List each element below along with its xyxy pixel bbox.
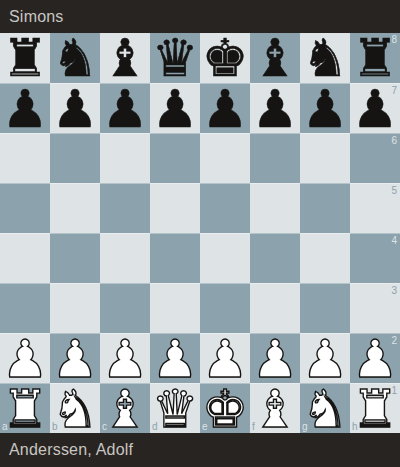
square-g2[interactable]: ♟ (300, 333, 350, 383)
square-g5[interactable] (300, 183, 350, 233)
coord-rank-3: 3 (391, 286, 397, 296)
piece-white-queen-d1[interactable]: ♛ (150, 384, 200, 433)
square-d4[interactable] (150, 233, 200, 283)
piece-white-knight-g1[interactable]: ♞ (300, 384, 350, 433)
piece-white-pawn-a2[interactable]: ♟ (0, 334, 50, 383)
square-h5[interactable]: 5 (350, 183, 400, 233)
square-h7[interactable]: ♟7 (350, 83, 400, 133)
square-h2[interactable]: ♟2 (350, 333, 400, 383)
square-d1[interactable]: ♛d (150, 383, 200, 433)
square-h8[interactable]: ♜8 (350, 33, 400, 83)
coord-rank-5: 5 (391, 186, 397, 196)
square-h3[interactable]: 3 (350, 283, 400, 333)
piece-white-pawn-h2[interactable]: ♟ (350, 334, 400, 383)
piece-white-rook-h1[interactable]: ♜ (350, 384, 400, 433)
square-g3[interactable] (300, 283, 350, 333)
top-player-name: Simons (9, 8, 64, 26)
square-a3[interactable] (0, 283, 50, 333)
piece-white-bishop-c1[interactable]: ♝ (100, 384, 150, 433)
square-e6[interactable] (200, 133, 250, 183)
square-b6[interactable] (50, 133, 100, 183)
square-a6[interactable] (0, 133, 50, 183)
square-d6[interactable] (150, 133, 200, 183)
square-f4[interactable] (250, 233, 300, 283)
square-a8[interactable]: ♜ (0, 33, 50, 83)
square-a5[interactable] (0, 183, 50, 233)
square-e5[interactable] (200, 183, 250, 233)
square-f8[interactable]: ♝ (250, 33, 300, 83)
square-e7[interactable]: ♟ (200, 83, 250, 133)
piece-white-pawn-d2[interactable]: ♟ (150, 334, 200, 383)
piece-black-rook-h8[interactable]: ♜ (350, 33, 400, 83)
piece-black-pawn-b7[interactable]: ♟ (50, 84, 100, 133)
piece-black-pawn-h7[interactable]: ♟ (350, 84, 400, 133)
square-b7[interactable]: ♟ (50, 83, 100, 133)
piece-black-king-e8[interactable]: ♚ (200, 33, 250, 83)
square-a1[interactable]: ♜a (0, 383, 50, 433)
square-b1[interactable]: ♞b (50, 383, 100, 433)
square-c6[interactable] (100, 133, 150, 183)
square-c2[interactable]: ♟ (100, 333, 150, 383)
piece-white-pawn-e2[interactable]: ♟ (200, 334, 250, 383)
square-d2[interactable]: ♟ (150, 333, 200, 383)
square-a4[interactable] (0, 233, 50, 283)
piece-white-rook-a1[interactable]: ♜ (0, 384, 50, 433)
square-b5[interactable] (50, 183, 100, 233)
square-e1[interactable]: ♚e (200, 383, 250, 433)
square-f1[interactable]: ♝f (250, 383, 300, 433)
square-f5[interactable] (250, 183, 300, 233)
square-h4[interactable]: 4 (350, 233, 400, 283)
square-d3[interactable] (150, 283, 200, 333)
coord-rank-4: 4 (391, 236, 397, 246)
square-d8[interactable]: ♛ (150, 33, 200, 83)
piece-white-bishop-f1[interactable]: ♝ (250, 384, 300, 433)
square-g7[interactable]: ♟ (300, 83, 350, 133)
square-f2[interactable]: ♟ (250, 333, 300, 383)
piece-black-rook-a8[interactable]: ♜ (0, 33, 50, 83)
square-c7[interactable]: ♟ (100, 83, 150, 133)
square-c1[interactable]: ♝c (100, 383, 150, 433)
square-h1[interactable]: ♜1h (350, 383, 400, 433)
piece-black-pawn-a7[interactable]: ♟ (0, 84, 50, 133)
piece-white-pawn-g2[interactable]: ♟ (300, 334, 350, 383)
square-h6[interactable]: 6 (350, 133, 400, 183)
piece-black-knight-b8[interactable]: ♞ (50, 33, 100, 83)
piece-white-king-e1[interactable]: ♚ (200, 384, 250, 433)
square-c3[interactable] (100, 283, 150, 333)
square-e4[interactable] (200, 233, 250, 283)
square-g4[interactable] (300, 233, 350, 283)
chess-app: Simons ♜♞♝♛♚♝♞♜8♟♟♟♟♟♟♟♟76543♟♟♟♟♟♟♟♟2♜a… (0, 0, 400, 467)
square-g6[interactable] (300, 133, 350, 183)
piece-white-knight-b1[interactable]: ♞ (50, 384, 100, 433)
square-e8[interactable]: ♚ (200, 33, 250, 83)
square-b2[interactable]: ♟ (50, 333, 100, 383)
coord-rank-6: 6 (391, 136, 397, 146)
piece-black-bishop-f8[interactable]: ♝ (250, 33, 300, 83)
piece-black-pawn-g7[interactable]: ♟ (300, 84, 350, 133)
piece-white-pawn-f2[interactable]: ♟ (250, 334, 300, 383)
square-d5[interactable] (150, 183, 200, 233)
piece-white-pawn-c2[interactable]: ♟ (100, 334, 150, 383)
square-f6[interactable] (250, 133, 300, 183)
piece-black-queen-d8[interactable]: ♛ (150, 33, 200, 83)
square-c4[interactable] (100, 233, 150, 283)
square-g1[interactable]: ♞g (300, 383, 350, 433)
square-b8[interactable]: ♞ (50, 33, 100, 83)
square-e3[interactable] (200, 283, 250, 333)
piece-white-pawn-b2[interactable]: ♟ (50, 334, 100, 383)
bottom-player-name: Anderssen, Adolf (9, 441, 133, 459)
square-d7[interactable]: ♟ (150, 83, 200, 133)
piece-black-pawn-e7[interactable]: ♟ (200, 84, 250, 133)
square-c8[interactable]: ♝ (100, 33, 150, 83)
piece-black-bishop-c8[interactable]: ♝ (100, 33, 150, 83)
piece-black-knight-g8[interactable]: ♞ (300, 33, 350, 83)
chess-board[interactable]: ♜♞♝♛♚♝♞♜8♟♟♟♟♟♟♟♟76543♟♟♟♟♟♟♟♟2♜a♞b♝c♛d♚… (0, 33, 400, 433)
piece-black-pawn-f7[interactable]: ♟ (250, 84, 300, 133)
square-b4[interactable] (50, 233, 100, 283)
square-a7[interactable]: ♟ (0, 83, 50, 133)
square-c5[interactable] (100, 183, 150, 233)
square-f3[interactable] (250, 283, 300, 333)
square-g8[interactable]: ♞ (300, 33, 350, 83)
square-a2[interactable]: ♟ (0, 333, 50, 383)
piece-black-pawn-d7[interactable]: ♟ (150, 84, 200, 133)
square-b3[interactable] (50, 283, 100, 333)
piece-black-pawn-c7[interactable]: ♟ (100, 84, 150, 133)
square-e2[interactable]: ♟ (200, 333, 250, 383)
square-f7[interactable]: ♟ (250, 83, 300, 133)
